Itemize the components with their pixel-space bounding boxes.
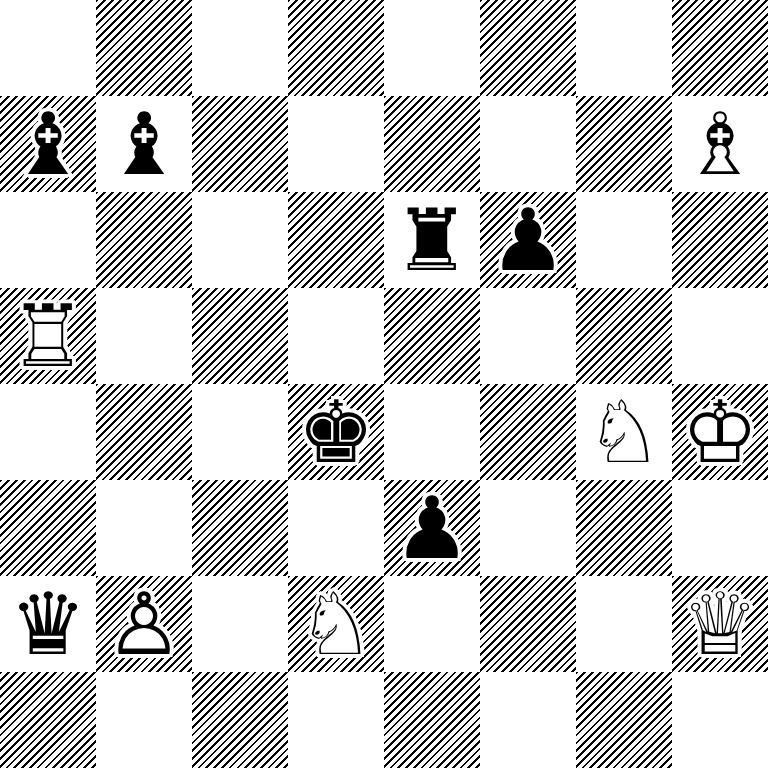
black-pawn[interactable]: ♟♟ — [480, 192, 576, 288]
square-e4[interactable] — [384, 384, 480, 480]
white-rook-icon: ♖ — [0, 288, 96, 384]
square-a5[interactable]: ♜♖ — [0, 288, 96, 384]
black-bishop-icon: ♝ — [0, 96, 96, 192]
square-d4[interactable]: ♚♚ — [288, 384, 384, 480]
white-knight[interactable]: ♞♘ — [288, 576, 384, 672]
square-b7[interactable]: ♝♝ — [96, 96, 192, 192]
square-b1[interactable] — [96, 672, 192, 768]
white-rook[interactable]: ♜♖ — [0, 288, 96, 384]
square-a3[interactable] — [0, 480, 96, 576]
black-rook-icon: ♜ — [384, 192, 480, 288]
white-king-icon: ♔ — [672, 384, 768, 480]
square-a7[interactable]: ♝♝ — [0, 96, 96, 192]
square-h5[interactable] — [672, 288, 768, 384]
square-f3[interactable] — [480, 480, 576, 576]
black-bishop-icon: ♝ — [96, 96, 192, 192]
square-g1[interactable] — [576, 672, 672, 768]
square-g2[interactable] — [576, 576, 672, 672]
square-f8[interactable] — [480, 0, 576, 96]
white-knight[interactable]: ♞♘ — [576, 384, 672, 480]
square-h3[interactable] — [672, 480, 768, 576]
square-d5[interactable] — [288, 288, 384, 384]
square-a2[interactable]: ♛♛ — [0, 576, 96, 672]
square-e3[interactable]: ♟♟ — [384, 480, 480, 576]
black-rook[interactable]: ♜♜ — [384, 192, 480, 288]
white-queen-icon: ♕ — [672, 576, 768, 672]
square-a4[interactable] — [0, 384, 96, 480]
black-pawn-icon: ♟ — [384, 480, 480, 576]
black-queen-icon: ♛ — [0, 576, 96, 672]
white-bishop[interactable]: ♝♗ — [672, 96, 768, 192]
black-bishop[interactable]: ♝♝ — [0, 96, 96, 192]
square-a8[interactable] — [0, 0, 96, 96]
square-h8[interactable] — [672, 0, 768, 96]
square-f5[interactable] — [480, 288, 576, 384]
white-pawn-icon: ♙ — [96, 576, 192, 672]
square-c7[interactable] — [192, 96, 288, 192]
square-a6[interactable] — [0, 192, 96, 288]
black-king-icon: ♚ — [288, 384, 384, 480]
square-f2[interactable] — [480, 576, 576, 672]
square-c4[interactable] — [192, 384, 288, 480]
square-a1[interactable] — [0, 672, 96, 768]
black-bishop[interactable]: ♝♝ — [96, 96, 192, 192]
black-king[interactable]: ♚♚ — [288, 384, 384, 480]
square-b2[interactable]: ♟♙ — [96, 576, 192, 672]
chess-board: ♝♝♝♝♝♗♜♜♟♟♜♖♚♚♞♘♚♔♟♟♛♛♟♙♞♘♛♕ — [0, 0, 768, 768]
square-c6[interactable] — [192, 192, 288, 288]
square-g7[interactable] — [576, 96, 672, 192]
white-pawn[interactable]: ♟♙ — [96, 576, 192, 672]
square-b6[interactable] — [96, 192, 192, 288]
white-queen[interactable]: ♛♕ — [672, 576, 768, 672]
square-h6[interactable] — [672, 192, 768, 288]
square-h4[interactable]: ♚♔ — [672, 384, 768, 480]
square-f1[interactable] — [480, 672, 576, 768]
square-c1[interactable] — [192, 672, 288, 768]
square-c3[interactable] — [192, 480, 288, 576]
square-e2[interactable] — [384, 576, 480, 672]
square-b8[interactable] — [96, 0, 192, 96]
square-f6[interactable]: ♟♟ — [480, 192, 576, 288]
square-f7[interactable] — [480, 96, 576, 192]
square-c5[interactable] — [192, 288, 288, 384]
square-b4[interactable] — [96, 384, 192, 480]
white-knight-icon: ♘ — [288, 576, 384, 672]
square-g6[interactable] — [576, 192, 672, 288]
white-bishop-icon: ♗ — [672, 96, 768, 192]
square-e1[interactable] — [384, 672, 480, 768]
square-g3[interactable] — [576, 480, 672, 576]
square-e6[interactable]: ♜♜ — [384, 192, 480, 288]
square-e7[interactable] — [384, 96, 480, 192]
square-h1[interactable] — [672, 672, 768, 768]
black-queen[interactable]: ♛♛ — [0, 576, 96, 672]
square-c2[interactable] — [192, 576, 288, 672]
square-b3[interactable] — [96, 480, 192, 576]
square-h7[interactable]: ♝♗ — [672, 96, 768, 192]
square-c8[interactable] — [192, 0, 288, 96]
white-king[interactable]: ♚♔ — [672, 384, 768, 480]
black-pawn[interactable]: ♟♟ — [384, 480, 480, 576]
black-pawn-icon: ♟ — [480, 192, 576, 288]
square-d3[interactable] — [288, 480, 384, 576]
square-d6[interactable] — [288, 192, 384, 288]
square-e5[interactable] — [384, 288, 480, 384]
square-f4[interactable] — [480, 384, 576, 480]
square-d1[interactable] — [288, 672, 384, 768]
square-d2[interactable]: ♞♘ — [288, 576, 384, 672]
square-e8[interactable] — [384, 0, 480, 96]
square-h2[interactable]: ♛♕ — [672, 576, 768, 672]
square-d8[interactable] — [288, 0, 384, 96]
square-b5[interactable] — [96, 288, 192, 384]
square-d7[interactable] — [288, 96, 384, 192]
white-knight-icon: ♘ — [576, 384, 672, 480]
square-g8[interactable] — [576, 0, 672, 96]
square-g4[interactable]: ♞♘ — [576, 384, 672, 480]
square-g5[interactable] — [576, 288, 672, 384]
